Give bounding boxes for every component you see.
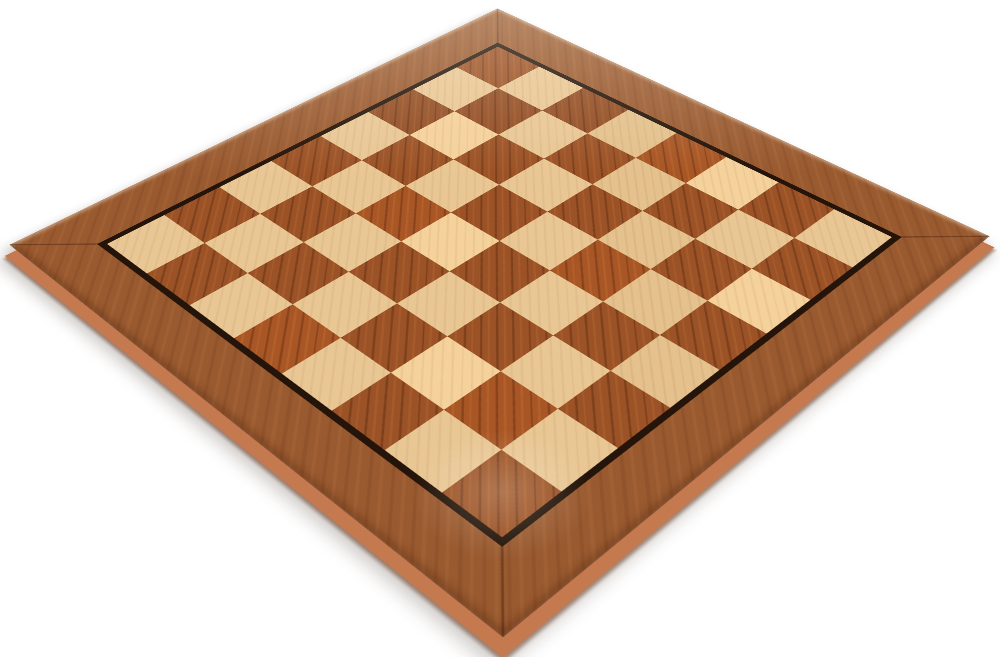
photo-background [0, 0, 1000, 657]
inlay-border-line [97, 43, 902, 547]
board-grid [107, 47, 892, 538]
chess-board [9, 8, 989, 637]
